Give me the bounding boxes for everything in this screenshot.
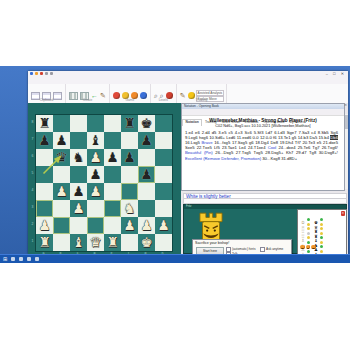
new-game-icon[interactable] — [69, 92, 78, 100]
square-a1[interactable]: ♜ — [36, 234, 53, 251]
black-pawn-c4[interactable]: ♟ — [70, 183, 87, 200]
square-c7[interactable] — [70, 132, 87, 149]
square-g1[interactable]: ♚ — [138, 234, 155, 251]
notation-scrollbar[interactable] — [345, 114, 348, 189]
browser-icon[interactable] — [35, 257, 39, 261]
square-h5[interactable] — [155, 166, 172, 183]
trainer-panel: Fritz Sacrifice your bishop! Start here … — [183, 204, 347, 254]
square-c2[interactable] — [70, 217, 87, 234]
fritz-taskbar-icon[interactable] — [19, 257, 23, 261]
square-h8[interactable] — [155, 115, 172, 132]
move-text[interactable]: 30...Kxg8 31.d8D+ — [261, 156, 297, 161]
white-pawn-a2[interactable]: ♟ — [36, 217, 53, 234]
square-d7[interactable]: ♝ — [87, 132, 104, 149]
right-pane-area: Notation - Opening Book ✕ NotationTraini… — [181, 103, 348, 254]
square-g8[interactable]: ♚ — [138, 115, 155, 132]
square-c1[interactable]: ♝ — [70, 234, 87, 251]
ribbon-group-training: ✎Assisted AnalysisExplain MoveTraining — [177, 84, 228, 103]
paste-icon[interactable] — [53, 92, 62, 100]
square-g2[interactable]: ♟ — [138, 217, 155, 234]
smiley-reward-icon — [300, 245, 305, 250]
square-d4[interactable]: ♟ — [87, 183, 104, 200]
black-pawn-g7[interactable]: ♟ — [138, 132, 155, 149]
black-bishop-d7[interactable]: ♝ — [87, 132, 104, 149]
square-g6[interactable] — [138, 149, 155, 166]
white-pawn-c3[interactable]: ♟ — [70, 200, 87, 217]
black-pawn-f6[interactable]: ♟ — [121, 149, 138, 166]
white-king-g1[interactable]: ♚ — [138, 234, 155, 251]
enter-move-icon[interactable]: ✎ — [100, 92, 106, 99]
piece-quality-panel: ✕ ♔♚♕♛♖♜♖♜♗♝♘♞♙♟♙♟ — [297, 209, 347, 255]
white-rook-e1[interactable]: ♜ — [104, 234, 121, 251]
move-text[interactable]: 1.e4 e6 2.d4 d5 3.e5 c5 4.c3 Sc6 5.Sf3 L… — [185, 130, 338, 140]
black-pawn-b7[interactable]: ♟ — [53, 132, 70, 149]
square-g7[interactable]: ♟ — [138, 132, 155, 149]
black-rook-a8[interactable]: ♜ — [36, 115, 53, 132]
square-e8[interactable] — [104, 115, 121, 132]
square-e4[interactable] — [104, 183, 121, 200]
resign-icon[interactable] — [113, 92, 120, 99]
engine-icon[interactable] — [140, 92, 147, 99]
square-d6[interactable]: ♟ — [87, 149, 104, 166]
save-icon[interactable] — [30, 72, 33, 75]
fritz-mascot-icon[interactable] — [188, 92, 195, 99]
black-pawn-g5[interactable]: ♟ — [138, 166, 155, 183]
screenshot-stage: – □ ✕ FileHomeTrainingBoardViewHelp Clip… — [0, 0, 350, 350]
square-e2[interactable] — [104, 217, 121, 234]
black-pawn-d5[interactable]: ♟ — [87, 166, 104, 183]
square-b1[interactable] — [53, 234, 70, 251]
notation-window: Notation - Opening Book ✕ NotationTraini… — [181, 103, 345, 191]
analysis-icon[interactable]: ⌕ — [154, 92, 158, 99]
trainer-dialog-title: Sacrifice your bishop! — [193, 240, 291, 245]
annotation-text[interactable]: Excellent (Remove Defender, Promotion) — [185, 156, 261, 161]
square-a4[interactable] — [36, 183, 53, 200]
square-a7[interactable]: ♟ — [36, 132, 53, 149]
black-pawn-a7[interactable]: ♟ — [36, 132, 53, 149]
square-a2[interactable]: ♟ — [36, 217, 53, 234]
close-icon[interactable]: ✕ — [344, 103, 347, 108]
quality-dot — [320, 250, 323, 253]
square-c5[interactable] — [70, 166, 87, 183]
ribbon-group-create: ←✎Create — [66, 84, 110, 103]
white-bishop-c1[interactable]: ♝ — [70, 234, 87, 251]
ribbon-group-levels: ⌕⌕Levels — [151, 84, 177, 103]
square-d8[interactable] — [87, 115, 104, 132]
option-ask-anytime[interactable]: Ask anytime — [260, 247, 283, 252]
square-e6[interactable]: ♟ — [104, 149, 121, 166]
square-b4[interactable]: ♟ — [53, 183, 70, 200]
square-b2[interactable] — [53, 217, 70, 234]
square-h6[interactable] — [155, 149, 172, 166]
print-icon[interactable] — [45, 72, 48, 75]
square-d5[interactable]: ♟ — [87, 166, 104, 183]
square-f5[interactable] — [121, 166, 138, 183]
move-notation[interactable]: 1.e4 e6 2.d4 d5 3.e5 c5 4.c3 Sc6 5.Sf3 L… — [185, 130, 338, 161]
scrollbar-thumb[interactable] — [345, 115, 348, 129]
checkbox-icon[interactable] — [260, 247, 265, 252]
ribbon-tab-row: FileHomeTrainingBoardViewHelp — [28, 77, 348, 84]
square-f8[interactable]: ♜ — [121, 115, 138, 132]
square-c6[interactable]: ♞ — [70, 149, 87, 166]
square-h2[interactable]: ♟ — [155, 217, 172, 234]
square-g4[interactable] — [138, 183, 155, 200]
square-e5[interactable] — [104, 166, 121, 183]
redo-icon[interactable] — [40, 72, 43, 75]
white-queen-d1[interactable]: ♛ — [87, 234, 104, 251]
square-b3[interactable] — [53, 200, 70, 217]
square-b7[interactable]: ♟ — [53, 132, 70, 149]
square-d1[interactable]: ♛ — [87, 234, 104, 251]
ribbon-toolbar: Clipboard←✎CreateGame⌕⌕Levels✎Assisted A… — [28, 84, 348, 104]
square-h1[interactable] — [155, 234, 172, 251]
ribbon-check-assisted-analysis[interactable]: Assisted Analysis — [196, 90, 225, 96]
black-queen-b6[interactable]: ♛ — [53, 149, 70, 166]
square-e7[interactable] — [104, 132, 121, 149]
square-f2[interactable]: ♟ — [121, 217, 138, 234]
square-f6[interactable]: ♟ — [121, 149, 138, 166]
square-h7[interactable] — [155, 132, 172, 149]
black-king-g8[interactable]: ♚ — [138, 115, 155, 132]
explorer-icon[interactable] — [27, 257, 31, 261]
white-pawn-g2[interactable]: ♟ — [138, 217, 155, 234]
ribbon-group-game: Game — [110, 84, 151, 103]
options-icon[interactable] — [50, 72, 53, 75]
square-c8[interactable] — [70, 115, 87, 132]
white-knight-f3[interactable]: ♞ — [121, 200, 138, 217]
white-pawn-f2[interactable]: ♟ — [121, 217, 138, 234]
start-button[interactable]: ⊞ — [3, 257, 7, 262]
black-knight-c6[interactable]: ♞ — [70, 149, 87, 166]
ribbon-group-clipboard: Clipboard — [28, 84, 66, 103]
square-c3[interactable]: ♟ — [70, 200, 87, 217]
white-rook-a1[interactable]: ♜ — [36, 234, 53, 251]
square-e3[interactable] — [104, 200, 121, 217]
square-e1[interactable]: ♜ — [104, 234, 121, 251]
fritz-main-window: – □ ✕ FileHomeTrainingBoardViewHelp Clip… — [28, 71, 348, 254]
square-f7[interactable] — [121, 132, 138, 149]
white-pawn-b4[interactable]: ♟ — [53, 183, 70, 200]
white-pawn-h2[interactable]: ♟ — [155, 217, 172, 234]
square-b6[interactable]: ♛ — [53, 149, 70, 166]
black-pawn-e6[interactable]: ♟ — [104, 149, 121, 166]
square-a6[interactable] — [36, 149, 53, 166]
square-a8[interactable]: ♜ — [36, 115, 53, 132]
square-a5[interactable] — [36, 166, 53, 183]
square-f1[interactable] — [121, 234, 138, 251]
smiley-reward-icon — [311, 245, 316, 250]
square-h4[interactable] — [155, 183, 172, 200]
square-d3[interactable] — [87, 200, 104, 217]
reward-smileys — [300, 235, 317, 253]
windows-taskbar[interactable]: ⊞ — [0, 254, 350, 263]
close-icon[interactable]: ✕ — [341, 211, 346, 216]
notation-tab-notation[interactable]: Notation — [182, 119, 202, 126]
chess-board[interactable]: ♜♜♚♟♟♝♟♛♞♟♟♟♟♟♟♟♟♟♞♟♟♟♟♜♝♛♜♚ — [35, 114, 173, 252]
notation-tabs: NotationTrainingScore SheetLiveBookOpeni… — [182, 109, 344, 116]
square-f3[interactable]: ♞ — [121, 200, 138, 217]
square-a3[interactable] — [36, 200, 53, 217]
search-icon[interactable] — [11, 257, 15, 261]
square-f4[interactable] — [121, 183, 138, 200]
calculation-training-icon[interactable]: ✎ — [180, 92, 186, 99]
undo-icon[interactable] — [35, 72, 38, 75]
square-d2[interactable] — [87, 217, 104, 234]
white-pawn-d4[interactable]: ♟ — [87, 183, 104, 200]
square-b8[interactable] — [53, 115, 70, 132]
copy-game-icon[interactable] — [31, 92, 40, 100]
square-g3[interactable] — [138, 200, 155, 217]
trainer-panel-title[interactable]: Fritz — [184, 205, 346, 209]
white-pawn-d6[interactable]: ♟ — [87, 149, 104, 166]
black-rook-f8[interactable]: ♜ — [121, 115, 138, 132]
square-h3[interactable] — [155, 200, 172, 217]
square-c4[interactable]: ♟ — [70, 183, 87, 200]
square-b5[interactable] — [53, 166, 70, 183]
smiley-reward-icon — [306, 245, 311, 250]
board-pane: 87654321 abcdefgh ♜♜♚♟♟♝♟♛♞♟♟♟♟♟♟♟♟♟♞♟♟♟… — [28, 103, 181, 254]
square-g5[interactable]: ♟ — [138, 166, 155, 183]
